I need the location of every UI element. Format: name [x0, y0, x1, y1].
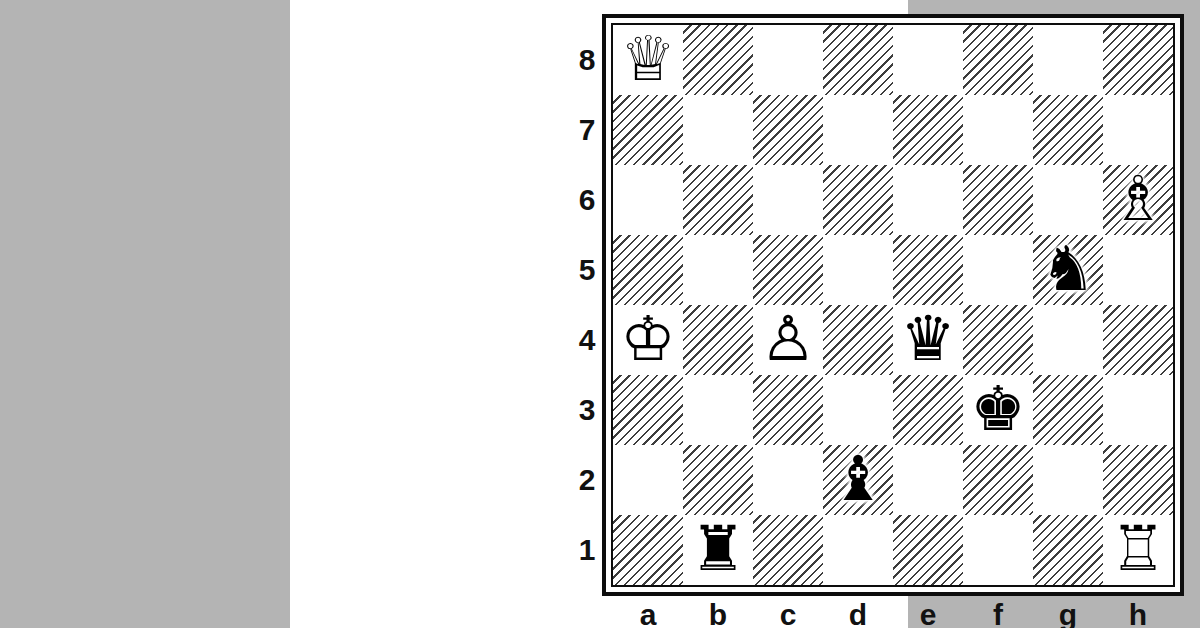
square-b3[interactable]	[683, 375, 753, 445]
square-h5[interactable]	[1103, 235, 1173, 305]
square-c3[interactable]	[753, 375, 823, 445]
rank-label-8: 8	[574, 25, 600, 95]
square-f2[interactable]	[963, 445, 1033, 515]
square-f5[interactable]	[963, 235, 1033, 305]
rank-label-3: 3	[574, 375, 600, 445]
file-label-e: e	[893, 598, 963, 628]
square-e8[interactable]	[893, 25, 963, 95]
square-e6[interactable]	[893, 165, 963, 235]
square-a3[interactable]	[613, 375, 683, 445]
square-g4[interactable]	[1033, 305, 1103, 375]
square-h3[interactable]	[1103, 375, 1173, 445]
square-b7[interactable]	[683, 95, 753, 165]
square-a4[interactable]: ♔	[613, 305, 683, 375]
rank-label-4: 4	[574, 305, 600, 375]
square-c5[interactable]	[753, 235, 823, 305]
square-h4[interactable]	[1103, 305, 1173, 375]
square-d4[interactable]	[823, 305, 893, 375]
white-bishop[interactable]: ♗	[1103, 165, 1173, 235]
file-label-g: g	[1033, 598, 1103, 628]
square-g6[interactable]	[1033, 165, 1103, 235]
black-king[interactable]: ♚	[963, 375, 1033, 445]
square-f6[interactable]	[963, 165, 1033, 235]
square-b6[interactable]	[683, 165, 753, 235]
board-frame: ♕♗♞♔♙♛♚♝♜♖	[602, 14, 1184, 596]
white-rook[interactable]: ♖	[1103, 515, 1173, 585]
black-rook[interactable]: ♜	[683, 515, 753, 585]
square-f7[interactable]	[963, 95, 1033, 165]
file-label-h: h	[1103, 598, 1173, 628]
square-g2[interactable]	[1033, 445, 1103, 515]
square-d7[interactable]	[823, 95, 893, 165]
board: ♕♗♞♔♙♛♚♝♜♖	[613, 25, 1173, 585]
square-a5[interactable]	[613, 235, 683, 305]
square-h2[interactable]	[1103, 445, 1173, 515]
black-bishop[interactable]: ♝	[823, 445, 893, 515]
square-e3[interactable]	[893, 375, 963, 445]
square-e4[interactable]: ♛	[893, 305, 963, 375]
rank-labels: 87654321	[574, 25, 600, 585]
square-e1[interactable]	[893, 515, 963, 585]
rank-label-5: 5	[574, 235, 600, 305]
square-e7[interactable]	[893, 95, 963, 165]
square-g8[interactable]	[1033, 25, 1103, 95]
square-a1[interactable]	[613, 515, 683, 585]
file-label-c: c	[753, 598, 823, 628]
square-c1[interactable]	[753, 515, 823, 585]
square-g1[interactable]	[1033, 515, 1103, 585]
square-a8[interactable]: ♕	[613, 25, 683, 95]
page: 87654321 ♕♗♞♔♙♛♚♝♜♖ abcdefgh	[0, 0, 1200, 628]
square-h6[interactable]: ♗	[1103, 165, 1173, 235]
square-g3[interactable]	[1033, 375, 1103, 445]
square-b1[interactable]: ♜	[683, 515, 753, 585]
black-knight[interactable]: ♞	[1033, 235, 1103, 305]
square-f8[interactable]	[963, 25, 1033, 95]
file-labels: abcdefgh	[613, 598, 1173, 628]
white-pawn[interactable]: ♙	[753, 305, 823, 375]
rank-label-1: 1	[574, 515, 600, 585]
square-g5[interactable]: ♞	[1033, 235, 1103, 305]
square-d2[interactable]: ♝	[823, 445, 893, 515]
square-c8[interactable]	[753, 25, 823, 95]
white-queen[interactable]: ♕	[613, 25, 683, 95]
diagram-panel: 87654321 ♕♗♞♔♙♛♚♝♜♖ abcdefgh	[290, 0, 908, 628]
square-b2[interactable]	[683, 445, 753, 515]
square-c4[interactable]: ♙	[753, 305, 823, 375]
square-b8[interactable]	[683, 25, 753, 95]
square-h7[interactable]	[1103, 95, 1173, 165]
file-label-f: f	[963, 598, 1033, 628]
square-c6[interactable]	[753, 165, 823, 235]
square-c7[interactable]	[753, 95, 823, 165]
board-border: ♕♗♞♔♙♛♚♝♜♖	[611, 23, 1175, 587]
square-b5[interactable]	[683, 235, 753, 305]
square-f1[interactable]	[963, 515, 1033, 585]
square-e5[interactable]	[893, 235, 963, 305]
file-label-a: a	[613, 598, 683, 628]
square-g7[interactable]	[1033, 95, 1103, 165]
square-d5[interactable]	[823, 235, 893, 305]
square-d8[interactable]	[823, 25, 893, 95]
square-f4[interactable]	[963, 305, 1033, 375]
square-a6[interactable]	[613, 165, 683, 235]
square-d6[interactable]	[823, 165, 893, 235]
square-b4[interactable]	[683, 305, 753, 375]
square-d3[interactable]	[823, 375, 893, 445]
square-e2[interactable]	[893, 445, 963, 515]
rank-label-2: 2	[574, 445, 600, 515]
square-f3[interactable]: ♚	[963, 375, 1033, 445]
rank-label-7: 7	[574, 95, 600, 165]
rank-label-6: 6	[574, 165, 600, 235]
square-h8[interactable]	[1103, 25, 1173, 95]
square-d1[interactable]	[823, 515, 893, 585]
file-label-d: d	[823, 598, 893, 628]
square-a2[interactable]	[613, 445, 683, 515]
square-h1[interactable]: ♖	[1103, 515, 1173, 585]
black-queen[interactable]: ♛	[893, 305, 963, 375]
square-a7[interactable]	[613, 95, 683, 165]
square-c2[interactable]	[753, 445, 823, 515]
white-king[interactable]: ♔	[613, 305, 683, 375]
file-label-b: b	[683, 598, 753, 628]
